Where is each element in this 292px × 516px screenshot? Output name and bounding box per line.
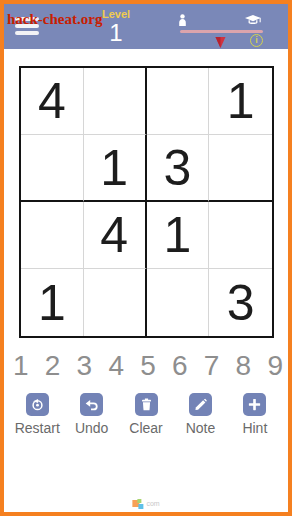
person-icon <box>178 12 187 30</box>
grid-cell-r2c2[interactable]: 1 <box>84 135 147 202</box>
clear-button[interactable]: Clear <box>119 393 173 436</box>
restart-icon <box>26 393 49 416</box>
action-bar: Restart Undo Clear Note Hint <box>4 393 288 436</box>
pencil-icon <box>189 393 212 416</box>
grid-cell-r4c2[interactable] <box>84 269 147 336</box>
undo-button[interactable]: Undo <box>64 393 118 436</box>
grid-cell-r1c3[interactable] <box>147 68 210 135</box>
grid-cell-r1c4[interactable]: 1 <box>209 68 272 135</box>
logo-square-green <box>137 499 141 503</box>
grid-cell-r3c3[interactable]: 1 <box>147 202 210 269</box>
logo-square-blue <box>138 504 143 509</box>
grid-cell-r1c2[interactable] <box>84 68 147 135</box>
info-icon[interactable]: i <box>250 34 263 47</box>
trash-icon <box>135 393 158 416</box>
grid-cell-r2c3[interactable]: 3 <box>147 135 210 202</box>
grid-cell-r1c1[interactable]: 4 <box>21 68 84 135</box>
grid-cell-r4c3[interactable] <box>147 269 210 336</box>
grid-cell-r2c4[interactable] <box>209 135 272 202</box>
grid-cell-r4c1[interactable]: 1 <box>21 269 84 336</box>
numpad-1[interactable]: 1 <box>13 351 29 381</box>
hint-label: Hint <box>242 420 267 436</box>
progress-bar <box>180 30 263 33</box>
sudoku-board: 4 1 1 3 4 1 1 3 <box>19 66 274 338</box>
bottom-watermark-text: com <box>146 500 159 507</box>
grid-cell-r3c1[interactable] <box>21 202 84 269</box>
numpad-7[interactable]: 7 <box>204 351 220 381</box>
clear-label: Clear <box>129 420 162 436</box>
undo-label: Undo <box>75 420 108 436</box>
numpad-6[interactable]: 6 <box>172 351 188 381</box>
numpad-5[interactable]: 5 <box>140 351 156 381</box>
graduation-cap-icon <box>245 12 261 30</box>
grid-cell-r2c1[interactable] <box>21 135 84 202</box>
undo-icon <box>80 393 103 416</box>
sudoku-app: hack-cheat.org Level 1 i 4 <box>0 0 292 516</box>
red-dart-icon <box>215 35 226 53</box>
grid-cell-r3c4[interactable] <box>209 202 272 269</box>
hint-button[interactable]: Hint <box>228 393 282 436</box>
plus-icon <box>243 393 266 416</box>
top-watermark: hack-cheat.org <box>7 11 102 28</box>
bottom-watermark: com <box>132 498 159 509</box>
note-button[interactable]: Note <box>173 393 227 436</box>
restart-label: Restart <box>15 420 60 436</box>
numpad-2[interactable]: 2 <box>45 351 61 381</box>
restart-button[interactable]: Restart <box>10 393 64 436</box>
numpad-4[interactable]: 4 <box>108 351 124 381</box>
numpad-9[interactable]: 9 <box>267 351 283 381</box>
level-progress-widget: i <box>172 9 264 47</box>
note-label: Note <box>186 420 216 436</box>
grid-cell-r4c4[interactable]: 3 <box>209 269 272 336</box>
numpad-8[interactable]: 8 <box>236 351 252 381</box>
numpad-3[interactable]: 3 <box>77 351 93 381</box>
grid-cell-r3c2[interactable]: 4 <box>84 202 147 269</box>
number-pad: 1 2 3 4 5 6 7 8 9 <box>4 351 288 381</box>
